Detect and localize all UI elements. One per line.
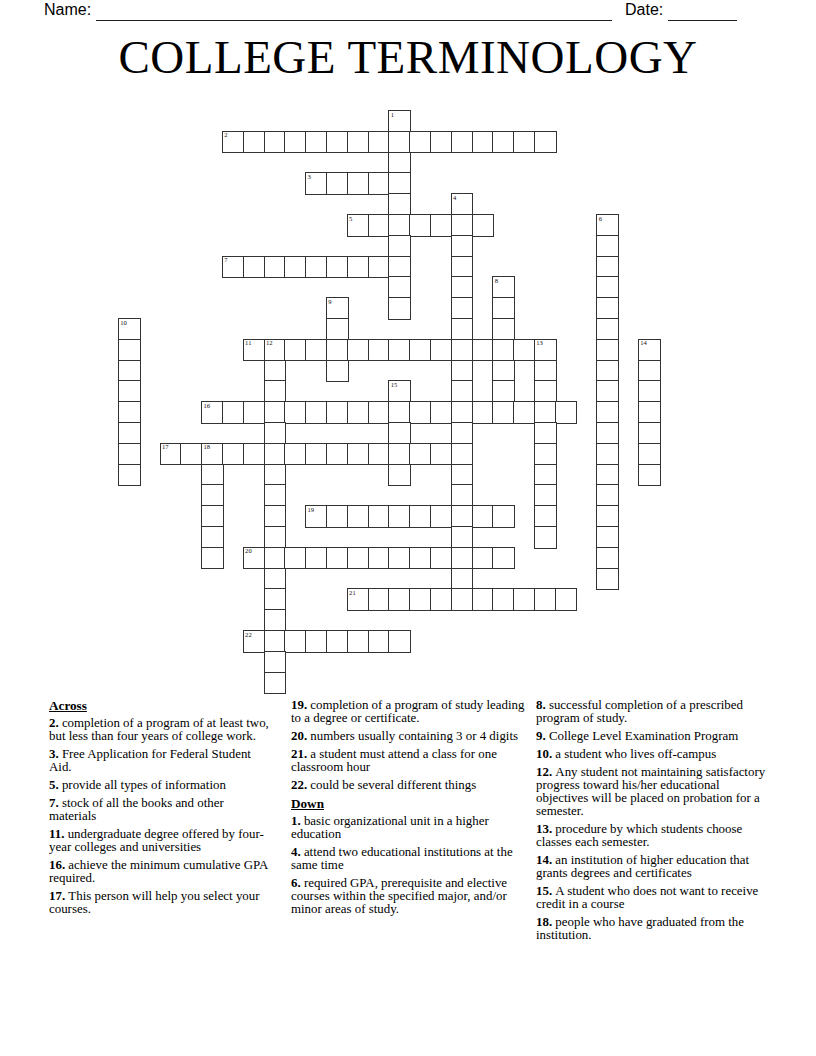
- cell-r18c16[interactable]: [451, 484, 474, 507]
- cell-number: 2: [224, 131, 227, 139]
- cell-r14c0[interactable]: [118, 401, 141, 424]
- cell-r14c23[interactable]: [596, 401, 619, 424]
- cell-r23c16[interactable]: [451, 588, 474, 611]
- cell-r21c4[interactable]: [201, 547, 224, 570]
- cell-r2c13[interactable]: [388, 152, 411, 175]
- cell-r23c18[interactable]: [492, 588, 515, 611]
- cell-number: 11: [245, 339, 251, 347]
- cell-r14c21[interactable]: [555, 401, 578, 424]
- cell-r16c6[interactable]: [243, 443, 266, 466]
- cell-r19c10[interactable]: [326, 505, 349, 528]
- clue-number: 20.: [291, 729, 310, 743]
- cell-r12c18[interactable]: [492, 360, 515, 383]
- cell-r19c20[interactable]: [534, 505, 557, 528]
- cell-r20c16[interactable]: [451, 526, 474, 549]
- clue-19: 19. completion of a program of study lea…: [291, 699, 529, 725]
- cell-r10c23[interactable]: [596, 318, 619, 341]
- cell-r15c20[interactable]: [534, 422, 557, 445]
- cell-r12c0[interactable]: [118, 360, 141, 383]
- cell-r1c18[interactable]: [492, 131, 515, 154]
- cell-r7c5[interactable]: 7: [222, 256, 245, 279]
- cell-number: 18: [203, 443, 210, 451]
- cell-r19c7[interactable]: [264, 505, 287, 528]
- cell-r13c7[interactable]: [264, 380, 287, 403]
- cell-r11c8[interactable]: [284, 339, 307, 362]
- clue-18: 18. people who have graduated from the i…: [536, 916, 768, 942]
- cell-r11c19[interactable]: [513, 339, 536, 362]
- cell-r25c10[interactable]: [326, 630, 349, 653]
- cell-r16c9[interactable]: [305, 443, 328, 466]
- cell-r16c8[interactable]: [284, 443, 307, 466]
- clue-number: 17.: [49, 889, 68, 903]
- cell-r14c4[interactable]: 16: [201, 401, 224, 424]
- cell-r7c8[interactable]: [284, 256, 307, 279]
- cell-r25c13[interactable]: [388, 630, 411, 653]
- cell-r27c7[interactable]: [264, 672, 287, 695]
- cell-r15c16[interactable]: [451, 422, 474, 445]
- cell-r11c13[interactable]: [388, 339, 411, 362]
- cell-number: 1: [391, 111, 394, 119]
- cell-r15c13[interactable]: [388, 422, 411, 445]
- cell-r12c23[interactable]: [596, 360, 619, 383]
- cell-number: 15: [391, 381, 398, 389]
- cell-r11c15[interactable]: [430, 339, 453, 362]
- cell-r11c20[interactable]: 13: [534, 339, 557, 362]
- cell-r7c12[interactable]: [368, 256, 391, 279]
- clue-20: 20. numbers usually containing 3 or 4 di…: [291, 730, 529, 743]
- clue-number: 9.: [536, 729, 549, 743]
- across-header: Across: [49, 699, 271, 712]
- cell-r11c12[interactable]: [368, 339, 391, 362]
- cell-r16c20[interactable]: [534, 443, 557, 466]
- cell-r14c11[interactable]: [347, 401, 370, 424]
- cell-r7c6[interactable]: [243, 256, 266, 279]
- cell-r8c13[interactable]: [388, 276, 411, 299]
- cell-r16c11[interactable]: [347, 443, 370, 466]
- cell-r5c16[interactable]: [451, 214, 474, 237]
- clue-number: 16.: [49, 858, 68, 872]
- cell-r17c4[interactable]: [201, 464, 224, 487]
- cell-r14c20[interactable]: [534, 401, 557, 424]
- cell-r7c10[interactable]: [326, 256, 349, 279]
- cell-r15c0[interactable]: [118, 422, 141, 445]
- cell-r14c19[interactable]: [513, 401, 536, 424]
- cell-r11c0[interactable]: [118, 339, 141, 362]
- cell-r13c25[interactable]: [638, 380, 661, 403]
- cell-r1c10[interactable]: [326, 131, 349, 154]
- cell-r15c25[interactable]: [638, 422, 661, 445]
- clue-number: 13.: [536, 822, 555, 836]
- cell-r19c12[interactable]: [368, 505, 391, 528]
- cell-number: 19: [307, 506, 314, 514]
- cell-r16c13[interactable]: [388, 443, 411, 466]
- cell-r17c25[interactable]: [638, 464, 661, 487]
- cell-r16c3[interactable]: [180, 443, 203, 466]
- clue-2: 2. completion of a program of at least t…: [49, 717, 271, 743]
- cell-r26c7[interactable]: [264, 651, 287, 674]
- cell-r3c9[interactable]: 3: [305, 172, 328, 195]
- worksheet-page: Name: Date: COLLEGE TERMINOLOGY 12345678…: [0, 0, 816, 1056]
- cell-r21c7[interactable]: [264, 547, 287, 570]
- cell-r23c20[interactable]: [534, 588, 557, 611]
- cell-r16c12[interactable]: [368, 443, 391, 466]
- cell-r1c13[interactable]: [388, 131, 411, 154]
- clue-number: 15.: [536, 884, 555, 898]
- cell-r10c0[interactable]: 10: [118, 318, 141, 341]
- cell-r20c23[interactable]: [596, 526, 619, 549]
- cell-r11c6[interactable]: 11: [243, 339, 266, 362]
- cell-r15c23[interactable]: [596, 422, 619, 445]
- cell-r23c17[interactable]: [472, 588, 495, 611]
- cell-r16c14[interactable]: [409, 443, 432, 466]
- cell-r22c7[interactable]: [264, 568, 287, 591]
- cell-r5c11[interactable]: 5: [347, 214, 370, 237]
- cell-r4c16[interactable]: 4: [451, 193, 474, 216]
- cell-r12c16[interactable]: [451, 360, 474, 383]
- cell-r17c23[interactable]: [596, 464, 619, 487]
- cell-r11c17[interactable]: [472, 339, 495, 362]
- cell-r23c7[interactable]: [264, 588, 287, 611]
- cell-r16c15[interactable]: [430, 443, 453, 466]
- cell-r13c20[interactable]: [534, 380, 557, 403]
- cell-r3c13[interactable]: [388, 172, 411, 195]
- cell-r3c11[interactable]: [347, 172, 370, 195]
- cell-r23c21[interactable]: [555, 588, 578, 611]
- cell-r14c16[interactable]: [451, 401, 474, 424]
- cell-r19c14[interactable]: [409, 505, 432, 528]
- cell-r1c14[interactable]: [409, 131, 432, 154]
- cell-r17c7[interactable]: [264, 464, 287, 487]
- cell-number: 7: [224, 256, 227, 264]
- clue-number: 3.: [49, 747, 62, 761]
- cell-r18c23[interactable]: [596, 484, 619, 507]
- cell-r5c12[interactable]: [368, 214, 391, 237]
- crossword-grid: 12345678910111213141516171819202122: [0, 0, 816, 700]
- cell-r12c25[interactable]: [638, 360, 661, 383]
- cell-number: 20: [245, 547, 252, 555]
- cell-number: 5: [349, 215, 352, 223]
- clue-number: 7.: [49, 796, 62, 810]
- cell-r9c16[interactable]: [451, 297, 474, 320]
- cell-r11c11[interactable]: [347, 339, 370, 362]
- cell-r14c10[interactable]: [326, 401, 349, 424]
- cell-r16c23[interactable]: [596, 443, 619, 466]
- cell-r7c11[interactable]: [347, 256, 370, 279]
- cell-r1c7[interactable]: [264, 131, 287, 154]
- cell-r20c4[interactable]: [201, 526, 224, 549]
- cell-r17c16[interactable]: [451, 464, 474, 487]
- cell-r14c12[interactable]: [368, 401, 391, 424]
- cell-r13c18[interactable]: [492, 380, 515, 403]
- cell-r21c23[interactable]: [596, 547, 619, 570]
- cell-r9c13[interactable]: [388, 297, 411, 320]
- clue-12: 12. Any student not maintaining satisfac…: [536, 766, 768, 819]
- cell-number: 21: [349, 589, 356, 597]
- cell-r25c8[interactable]: [284, 630, 307, 653]
- clue-21: 21. a student must attend a class for on…: [291, 748, 529, 774]
- cell-r19c16[interactable]: [451, 505, 474, 528]
- clue-number: 4.: [291, 845, 304, 859]
- cell-r13c0[interactable]: [118, 380, 141, 403]
- cell-r3c10[interactable]: [326, 172, 349, 195]
- cell-number: 4: [453, 194, 456, 202]
- cell-r7c7[interactable]: [264, 256, 287, 279]
- cell-r6c16[interactable]: [451, 235, 474, 258]
- cell-r16c4[interactable]: 18: [201, 443, 224, 466]
- cell-r21c18[interactable]: [492, 547, 515, 570]
- cell-r23c14[interactable]: [409, 588, 432, 611]
- cell-r17c13[interactable]: [388, 464, 411, 487]
- cell-r24c7[interactable]: [264, 609, 287, 632]
- clue-number: 1.: [291, 814, 304, 828]
- clue-11: 11. undergraduate degree offered by four…: [49, 828, 271, 854]
- cell-r16c2[interactable]: 17: [160, 443, 183, 466]
- cell-r14c5[interactable]: [222, 401, 245, 424]
- clue-column-2: 19. completion of a program of study lea…: [291, 699, 529, 921]
- cell-r1c17[interactable]: [472, 131, 495, 154]
- cell-r15c7[interactable]: [264, 422, 287, 445]
- cell-r23c13[interactable]: [388, 588, 411, 611]
- cell-r21c17[interactable]: [472, 547, 495, 570]
- cell-r19c17[interactable]: [472, 505, 495, 528]
- cell-r1c20[interactable]: [534, 131, 557, 154]
- clue-17: 17. This person will help you select you…: [49, 890, 271, 916]
- cell-r19c23[interactable]: [596, 505, 619, 528]
- cell-r21c11[interactable]: [347, 547, 370, 570]
- clue-number: 21.: [291, 747, 310, 761]
- cell-r9c23[interactable]: [596, 297, 619, 320]
- cell-r16c5[interactable]: [222, 443, 245, 466]
- cell-r25c6[interactable]: 22: [243, 630, 266, 653]
- cell-r9c18[interactable]: [492, 297, 515, 320]
- cell-r19c9[interactable]: 19: [305, 505, 328, 528]
- cell-r10c18[interactable]: [492, 318, 515, 341]
- cell-r8c18[interactable]: 8: [492, 276, 515, 299]
- cell-r14c25[interactable]: [638, 401, 661, 424]
- cell-number: 22: [245, 631, 252, 639]
- cell-r21c14[interactable]: [409, 547, 432, 570]
- cell-r11c16[interactable]: [451, 339, 474, 362]
- cell-r21c16[interactable]: [451, 547, 474, 570]
- cell-r5c14[interactable]: [409, 214, 432, 237]
- clue-22: 22. could be several different things: [291, 779, 529, 792]
- clue-1: 1. basic organizational unit in a higher…: [291, 815, 529, 841]
- clue-number: 14.: [536, 853, 555, 867]
- cell-number: 8: [495, 277, 498, 285]
- cell-r14c6[interactable]: [243, 401, 266, 424]
- cell-r11c9[interactable]: [305, 339, 328, 362]
- cell-number: 13: [536, 339, 543, 347]
- down-header: Down: [291, 797, 529, 810]
- cell-number: 14: [640, 339, 647, 347]
- clue-number: 12.: [536, 765, 555, 779]
- cell-r19c15[interactable]: [430, 505, 453, 528]
- cell-r16c0[interactable]: [118, 443, 141, 466]
- cell-number: 3: [307, 173, 310, 181]
- cell-r1c9[interactable]: [305, 131, 328, 154]
- cell-r14c9[interactable]: [305, 401, 328, 424]
- cell-r11c25[interactable]: 14: [638, 339, 661, 362]
- cell-r18c20[interactable]: [534, 484, 557, 507]
- clue-column-3: 8. successful completion of a prescribed…: [536, 699, 768, 947]
- cell-r7c13[interactable]: [388, 256, 411, 279]
- cell-r14c18[interactable]: [492, 401, 515, 424]
- clue-6: 6. required GPA, prerequisite and electi…: [291, 877, 529, 917]
- cell-r18c7[interactable]: [264, 484, 287, 507]
- cell-r7c16[interactable]: [451, 256, 474, 279]
- cell-number: 12: [266, 339, 273, 347]
- cell-r10c16[interactable]: [451, 318, 474, 341]
- cell-r25c12[interactable]: [368, 630, 391, 653]
- cell-r23c15[interactable]: [430, 588, 453, 611]
- cell-r1c11[interactable]: [347, 131, 370, 154]
- cell-r21c9[interactable]: [305, 547, 328, 570]
- clue-column-1: Across2. completion of a program of at l…: [49, 699, 271, 921]
- cell-r4c13[interactable]: [388, 193, 411, 216]
- cell-r14c7[interactable]: [264, 401, 287, 424]
- cell-r7c23[interactable]: [596, 256, 619, 279]
- cell-r20c7[interactable]: [264, 526, 287, 549]
- cell-r11c23[interactable]: [596, 339, 619, 362]
- clue-number: 10.: [536, 747, 555, 761]
- cell-r1c16[interactable]: [451, 131, 474, 154]
- clue-number: 19.: [291, 698, 310, 712]
- cell-r5c23[interactable]: 6: [596, 214, 619, 237]
- cell-r7c9[interactable]: [305, 256, 328, 279]
- cell-r13c23[interactable]: [596, 380, 619, 403]
- clue-number: 18.: [536, 915, 555, 929]
- cell-r19c13[interactable]: [388, 505, 411, 528]
- cell-r13c16[interactable]: [451, 380, 474, 403]
- cell-r0c13[interactable]: 1: [388, 110, 411, 133]
- clue-15: 15. A student who does not want to recei…: [536, 885, 768, 911]
- clue-13: 13. procedure by which students choose c…: [536, 823, 768, 849]
- clue-number: 5.: [49, 778, 62, 792]
- clue-number: 22.: [291, 778, 310, 792]
- clue-number: 2.: [49, 716, 62, 730]
- cell-r18c4[interactable]: [201, 484, 224, 507]
- cell-r5c17[interactable]: [472, 214, 495, 237]
- clue-8: 8. successful completion of a prescribed…: [536, 699, 768, 725]
- cell-r17c0[interactable]: [118, 464, 141, 487]
- clue-4: 4. attend two educational institutions a…: [291, 846, 529, 872]
- cell-r12c20[interactable]: [534, 360, 557, 383]
- cell-number: 16: [203, 402, 210, 410]
- cell-r1c12[interactable]: [368, 131, 391, 154]
- cell-r23c19[interactable]: [513, 588, 536, 611]
- cell-r1c15[interactable]: [430, 131, 453, 154]
- cell-r21c12[interactable]: [368, 547, 391, 570]
- cell-r13c13[interactable]: 15: [388, 380, 411, 403]
- cell-r6c23[interactable]: [596, 235, 619, 258]
- cell-r23c11[interactable]: 21: [347, 588, 370, 611]
- clue-number: 6.: [291, 876, 304, 890]
- cell-r21c10[interactable]: [326, 547, 349, 570]
- clue-9: 9. College Level Examination Program: [536, 730, 768, 743]
- clue-5: 5. provide all types of information: [49, 779, 271, 792]
- cell-r16c10[interactable]: [326, 443, 349, 466]
- cell-r12c7[interactable]: [264, 360, 287, 383]
- cell-r1c6[interactable]: [243, 131, 266, 154]
- cell-r1c8[interactable]: [284, 131, 307, 154]
- cell-number: 10: [120, 319, 127, 327]
- cell-r20c20[interactable]: [534, 526, 557, 549]
- cell-r19c4[interactable]: [201, 505, 224, 528]
- cell-r14c17[interactable]: [472, 401, 495, 424]
- cell-r19c18[interactable]: [492, 505, 515, 528]
- cell-r25c7[interactable]: [264, 630, 287, 653]
- clue-number: 8.: [536, 698, 549, 712]
- cell-r14c13[interactable]: [388, 401, 411, 424]
- cell-r11c10[interactable]: [326, 339, 349, 362]
- clue-14: 14. an institution of higher education t…: [536, 854, 768, 880]
- clue-10: 10. a student who lives off-campus: [536, 748, 768, 761]
- cell-r19c11[interactable]: [347, 505, 370, 528]
- cell-r3c12[interactable]: [368, 172, 391, 195]
- cell-r11c18[interactable]: [492, 339, 515, 362]
- cell-r6c13[interactable]: [388, 235, 411, 258]
- cell-r16c16[interactable]: [451, 443, 474, 466]
- cell-r21c15[interactable]: [430, 547, 453, 570]
- cell-r21c13[interactable]: [388, 547, 411, 570]
- cell-r9c10[interactable]: 9: [326, 297, 349, 320]
- cell-r16c25[interactable]: [638, 443, 661, 466]
- cell-r14c15[interactable]: [430, 401, 453, 424]
- cell-r12c10[interactable]: [326, 360, 349, 383]
- cell-r1c5[interactable]: 2: [222, 131, 245, 154]
- cell-number: 9: [328, 298, 331, 306]
- cell-r23c12[interactable]: [368, 588, 391, 611]
- cell-r14c8[interactable]: [284, 401, 307, 424]
- cell-r14c14[interactable]: [409, 401, 432, 424]
- cell-r5c15[interactable]: [430, 214, 453, 237]
- cell-r1c19[interactable]: [513, 131, 536, 154]
- cell-r17c20[interactable]: [534, 464, 557, 487]
- clue-7: 7. stock of all the books and other mate…: [49, 797, 271, 823]
- cell-r8c16[interactable]: [451, 276, 474, 299]
- cell-r22c23[interactable]: [596, 568, 619, 591]
- clue-16: 16. achieve the minimum cumulative GPA r…: [49, 859, 271, 885]
- cell-r11c7[interactable]: 12: [264, 339, 287, 362]
- cell-r10c10[interactable]: [326, 318, 349, 341]
- cell-r22c16[interactable]: [451, 568, 474, 591]
- cell-r25c9[interactable]: [305, 630, 328, 653]
- cell-r25c11[interactable]: [347, 630, 370, 653]
- cell-r21c6[interactable]: 20: [243, 547, 266, 570]
- cell-r8c23[interactable]: [596, 276, 619, 299]
- clue-3: 3. Free Application for Federal Student …: [49, 748, 271, 774]
- cell-r11c14[interactable]: [409, 339, 432, 362]
- clue-number: 11.: [49, 827, 68, 841]
- cell-r16c7[interactable]: [264, 443, 287, 466]
- cell-r5c13[interactable]: [388, 214, 411, 237]
- cell-number: 6: [599, 215, 602, 223]
- cell-number: 17: [162, 443, 169, 451]
- cell-r21c8[interactable]: [284, 547, 307, 570]
